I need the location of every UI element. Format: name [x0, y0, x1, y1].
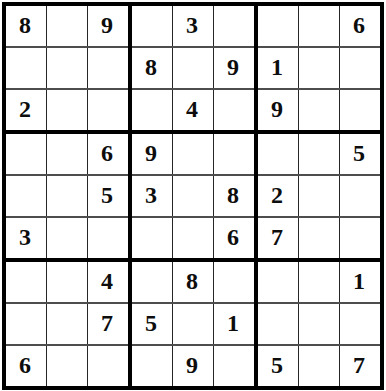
cell-r2c5[interactable]: [173, 48, 213, 88]
cell-r4c4[interactable]: 9: [132, 134, 172, 174]
given-digit: 5: [353, 141, 365, 165]
given-digit: 6: [227, 225, 239, 249]
given-digit: 6: [353, 13, 365, 37]
cell-r2c9[interactable]: [340, 48, 380, 88]
cell-r5c3[interactable]: 5: [88, 176, 128, 216]
given-digit: 4: [101, 269, 113, 293]
cell-r4c1[interactable]: [6, 134, 46, 174]
cell-r9c5[interactable]: 9: [173, 346, 213, 386]
cell-r3c4[interactable]: [132, 90, 172, 130]
cell-r5c2[interactable]: [47, 176, 87, 216]
cell-r7c6[interactable]: [214, 262, 254, 302]
cell-r4c8[interactable]: [299, 134, 339, 174]
given-digit: 3: [19, 225, 31, 249]
cell-r8c1[interactable]: [6, 304, 46, 344]
cell-r3c5[interactable]: 4: [173, 90, 213, 130]
cell-r1c5[interactable]: 3: [173, 6, 213, 46]
given-digit: 8: [19, 13, 31, 37]
cell-r7c3[interactable]: 4: [88, 262, 128, 302]
cell-r6c2[interactable]: [47, 218, 87, 258]
cell-r2c8[interactable]: [299, 48, 339, 88]
cell-r1c6[interactable]: [214, 6, 254, 46]
given-digit: 2: [271, 183, 283, 207]
cell-r2c3[interactable]: [88, 48, 128, 88]
cell-r8c9[interactable]: [340, 304, 380, 344]
given-digit: 8: [227, 183, 239, 207]
cell-r5c5[interactable]: [173, 176, 213, 216]
given-digit: 9: [145, 141, 157, 165]
cell-r1c4[interactable]: [132, 6, 172, 46]
cell-r8c4[interactable]: 5: [132, 304, 172, 344]
cell-r2c4[interactable]: 8: [132, 48, 172, 88]
box-1-1: 9386: [132, 134, 254, 258]
cell-r1c7[interactable]: [258, 6, 298, 46]
cell-r9c4[interactable]: [132, 346, 172, 386]
cell-r1c1[interactable]: 8: [6, 6, 46, 46]
cell-r3c9[interactable]: [340, 90, 380, 130]
cell-r6c6[interactable]: 6: [214, 218, 254, 258]
cell-r3c6[interactable]: [214, 90, 254, 130]
cell-r5c1[interactable]: [6, 176, 46, 216]
cell-r2c7[interactable]: 1: [258, 48, 298, 88]
cell-r8c7[interactable]: [258, 304, 298, 344]
cell-r9c2[interactable]: [47, 346, 87, 386]
given-digit: 1: [353, 269, 365, 293]
cell-r7c1[interactable]: [6, 262, 46, 302]
given-digit: 7: [353, 353, 365, 377]
cell-r5c8[interactable]: [299, 176, 339, 216]
cell-r2c2[interactable]: [47, 48, 87, 88]
given-digit: 9: [227, 55, 239, 79]
cell-r9c3[interactable]: [88, 346, 128, 386]
cell-r9c1[interactable]: 6: [6, 346, 46, 386]
cell-r5c7[interactable]: 2: [258, 176, 298, 216]
cell-r6c4[interactable]: [132, 218, 172, 258]
given-digit: 8: [186, 269, 198, 293]
box-0-1: 3894: [132, 6, 254, 130]
box-2-2: 157: [258, 262, 380, 386]
cell-r6c9[interactable]: [340, 218, 380, 258]
cell-r4c5[interactable]: [173, 134, 213, 174]
cell-r7c2[interactable]: [47, 262, 87, 302]
cell-r1c3[interactable]: 9: [88, 6, 128, 46]
cell-r4c6[interactable]: [214, 134, 254, 174]
given-digit: 5: [145, 311, 157, 335]
given-digit: 9: [271, 97, 283, 121]
cell-r1c8[interactable]: [299, 6, 339, 46]
cell-r3c8[interactable]: [299, 90, 339, 130]
box-2-0: 476: [6, 262, 128, 386]
cell-r2c6[interactable]: 9: [214, 48, 254, 88]
cell-r3c7[interactable]: 9: [258, 90, 298, 130]
box-2-1: 8519: [132, 262, 254, 386]
given-digit: 2: [19, 97, 31, 121]
cell-r4c2[interactable]: [47, 134, 87, 174]
given-digit: 5: [101, 183, 113, 207]
cell-r7c9[interactable]: 1: [340, 262, 380, 302]
cell-r9c6[interactable]: [214, 346, 254, 386]
given-digit: 1: [271, 55, 283, 79]
cell-r7c7[interactable]: [258, 262, 298, 302]
box-1-2: 527: [258, 134, 380, 258]
cell-r9c8[interactable]: [299, 346, 339, 386]
cell-r7c5[interactable]: 8: [173, 262, 213, 302]
given-digit: 9: [101, 13, 113, 37]
given-digit: 8: [145, 55, 157, 79]
cell-r9c9[interactable]: 7: [340, 346, 380, 386]
given-digit: 6: [19, 353, 31, 377]
cell-r6c5[interactable]: [173, 218, 213, 258]
cell-r7c8[interactable]: [299, 262, 339, 302]
given-digit: 5: [271, 353, 283, 377]
cell-r8c5[interactable]: [173, 304, 213, 344]
given-digit: 7: [101, 311, 113, 335]
box-0-0: 892: [6, 6, 128, 130]
cell-r5c4[interactable]: 3: [132, 176, 172, 216]
given-digit: 4: [186, 97, 198, 121]
given-digit: 6: [101, 141, 113, 165]
box-1-0: 653: [6, 134, 128, 258]
cell-r3c3[interactable]: [88, 90, 128, 130]
cell-r7c4[interactable]: [132, 262, 172, 302]
cell-r5c6[interactable]: 8: [214, 176, 254, 216]
cell-r6c8[interactable]: [299, 218, 339, 258]
cell-r8c2[interactable]: [47, 304, 87, 344]
cell-r2c1[interactable]: [6, 48, 46, 88]
cell-r9c7[interactable]: 5: [258, 346, 298, 386]
cell-r6c1[interactable]: 3: [6, 218, 46, 258]
cell-r3c1[interactable]: 2: [6, 90, 46, 130]
cell-r3c2[interactable]: [47, 90, 87, 130]
cell-r1c9[interactable]: 6: [340, 6, 380, 46]
cell-r4c7[interactable]: [258, 134, 298, 174]
given-digit: 1: [227, 311, 239, 335]
cell-r8c8[interactable]: [299, 304, 339, 344]
sudoku-board: 892389461965393865274768519157: [2, 2, 384, 390]
cell-r5c9[interactable]: [340, 176, 380, 216]
given-digit: 7: [271, 225, 283, 249]
cell-r6c7[interactable]: 7: [258, 218, 298, 258]
cell-r8c3[interactable]: 7: [88, 304, 128, 344]
cell-r6c3[interactable]: [88, 218, 128, 258]
cell-r4c9[interactable]: 5: [340, 134, 380, 174]
cell-r1c2[interactable]: [47, 6, 87, 46]
given-digit: 9: [186, 353, 198, 377]
sudoku-page: 892389461965393865274768519157: [0, 0, 386, 391]
cell-r4c3[interactable]: 6: [88, 134, 128, 174]
box-0-2: 619: [258, 6, 380, 130]
cell-r8c6[interactable]: 1: [214, 304, 254, 344]
given-digit: 3: [186, 13, 198, 37]
given-digit: 3: [145, 183, 157, 207]
